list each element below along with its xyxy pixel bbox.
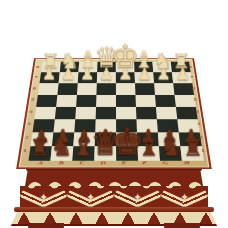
file-label: D <box>100 160 106 166</box>
star-motif-icon: ✦ <box>133 192 142 203</box>
rank-label: 4 <box>29 110 33 114</box>
square-f6[interactable] <box>135 83 155 94</box>
white-pawn[interactable]: ♟ <box>42 67 57 83</box>
square-d6[interactable] <box>96 83 116 94</box>
white-pawn[interactable]: ♟ <box>156 67 171 83</box>
square-h7[interactable]: ♟ <box>172 72 192 83</box>
chevron-motif: ✦ <box>161 186 208 207</box>
rank-label: 7 <box>34 76 37 79</box>
square-b1[interactable]: ♞ <box>50 146 73 160</box>
white-pawn[interactable]: ♟ <box>137 67 152 83</box>
white-pawn[interactable]: ♟ <box>118 67 133 83</box>
square-b4[interactable] <box>55 107 76 120</box>
square-e6[interactable] <box>116 83 136 94</box>
file-label: E <box>121 160 126 166</box>
star-motif-icon: ✦ <box>180 192 189 203</box>
file-label: B <box>59 160 65 166</box>
file-labels: ABCDEFGH <box>30 159 198 166</box>
square-d4[interactable] <box>96 107 116 120</box>
rank-label: 6 <box>33 87 36 90</box>
square-g7[interactable]: ♟ <box>153 72 173 83</box>
square-a7[interactable]: ♟ <box>40 72 60 83</box>
black-knight[interactable]: ♞ <box>160 135 183 160</box>
chess-board: ♜♞♝♛♚♝♞♜♟♟♟♟♟♟♟♟♟♟♟♟♟♟♟♟♜♞♝♛♚♝♞♜ 8765432… <box>16 58 212 169</box>
rank-label: 5 <box>31 98 34 102</box>
white-pawn[interactable]: ♟ <box>61 67 76 83</box>
file-label: H <box>183 160 190 166</box>
square-f7[interactable]: ♟ <box>135 72 155 83</box>
square-e7[interactable]: ♟ <box>116 72 135 83</box>
chevron-motif: ✦ <box>67 186 114 207</box>
black-rook[interactable]: ♜ <box>29 137 50 160</box>
base-ledge <box>14 207 214 212</box>
board-frame: ♜♞♝♛♚♝♞♜♟♟♟♟♟♟♟♟♟♟♟♟♟♟♟♟♜♞♝♛♚♝♞♜ 8765432… <box>16 58 212 169</box>
square-b5[interactable] <box>56 95 77 107</box>
chess-set-photo: ✦ ✦ ✦ ✦ ♜♞♝♛♚♝♞♜♟♟♟♟♟♟♟♟♟♟♟♟♟♟♟♟♜♞♝♛♚♝♞♜… <box>0 0 228 228</box>
base-foot-right <box>164 223 200 228</box>
square-c5[interactable] <box>76 95 96 107</box>
square-f1[interactable]: ♝ <box>138 146 161 160</box>
square-f4[interactable] <box>136 107 157 120</box>
white-pawn[interactable]: ♟ <box>175 67 190 83</box>
file-label: A <box>38 160 44 166</box>
base-foot-left <box>28 223 64 228</box>
black-knight[interactable]: ♞ <box>50 135 73 160</box>
square-c7[interactable]: ♟ <box>78 72 97 83</box>
square-d7[interactable]: ♟ <box>97 72 116 83</box>
square-h1[interactable]: ♜ <box>180 146 204 160</box>
square-g6[interactable] <box>154 83 174 94</box>
square-d5[interactable] <box>96 95 116 107</box>
rank-label: 4 <box>195 110 199 114</box>
white-pawn[interactable]: ♟ <box>99 67 114 83</box>
square-e1[interactable]: ♚ <box>116 146 138 160</box>
star-motif-icon: ✦ <box>39 192 48 203</box>
chevron-motif: ✦ <box>20 186 67 207</box>
file-label: F <box>142 160 147 166</box>
square-b7[interactable]: ♟ <box>59 72 79 83</box>
square-c4[interactable] <box>75 107 96 120</box>
chevron-motif: ✦ <box>114 186 161 207</box>
rank-label: 8 <box>36 65 39 68</box>
square-g5[interactable] <box>155 95 176 107</box>
rank-label: 7 <box>190 76 193 79</box>
square-a1[interactable]: ♜ <box>28 146 51 160</box>
rank-label: 3 <box>27 122 31 126</box>
square-a5[interactable] <box>36 95 57 107</box>
square-f5[interactable] <box>135 95 155 107</box>
square-b6[interactable] <box>57 83 77 94</box>
square-e5[interactable] <box>116 95 136 107</box>
star-motif-icon: ✦ <box>86 192 95 203</box>
square-c6[interactable] <box>77 83 97 94</box>
black-bishop[interactable]: ♝ <box>137 133 162 160</box>
square-a4[interactable] <box>34 107 56 120</box>
square-e4[interactable] <box>116 107 136 120</box>
square-a6[interactable] <box>38 83 59 94</box>
square-g4[interactable] <box>156 107 177 120</box>
rank-label: 6 <box>192 87 195 90</box>
rank-label: 1 <box>23 149 27 153</box>
scallop-band-top <box>25 170 203 186</box>
chevron-band: ✦ ✦ ✦ ✦ <box>20 186 208 207</box>
white-pawn[interactable]: ♟ <box>80 67 95 83</box>
file-label: C <box>79 160 84 166</box>
square-g1[interactable]: ♞ <box>159 146 182 160</box>
board-grid: ♜♞♝♛♚♝♞♜♟♟♟♟♟♟♟♟♟♟♟♟♟♟♟♟♜♞♝♛♚♝♞♜ <box>28 62 199 161</box>
black-rook[interactable]: ♜ <box>183 137 204 160</box>
file-label: G <box>162 160 168 166</box>
